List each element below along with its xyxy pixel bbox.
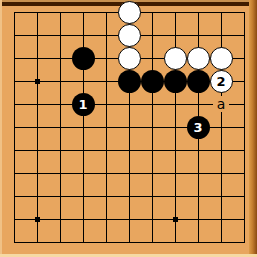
board-intersection [164, 24, 187, 47]
board-intersection [26, 116, 49, 139]
board-intersection [3, 116, 26, 139]
board-intersection [72, 185, 95, 208]
board-intersection [210, 139, 233, 162]
board-intersection [26, 231, 49, 254]
frame-left-border [0, 0, 2, 257]
board-intersection [164, 116, 187, 139]
board-intersection [3, 47, 26, 70]
board-intersection [95, 70, 118, 93]
black-stone [118, 70, 141, 93]
board-intersection [72, 208, 95, 231]
board-intersection [164, 93, 187, 116]
board-intersection [187, 162, 210, 185]
white-stone [210, 47, 233, 70]
board-intersection [72, 162, 95, 185]
board-intersection [49, 47, 72, 70]
go-diagram: a213 [0, 0, 257, 257]
board-intersection [49, 162, 72, 185]
board-intersection [95, 116, 118, 139]
board-intersection [187, 139, 210, 162]
board-intersection [210, 185, 233, 208]
board-intersection [95, 139, 118, 162]
board-intersection [72, 139, 95, 162]
star-point [35, 217, 40, 222]
white-stone [118, 47, 141, 70]
board-intersection [49, 208, 72, 231]
board-intersection [187, 231, 210, 254]
board-intersection [164, 162, 187, 185]
board-intersection [3, 185, 26, 208]
board-intersection [210, 208, 233, 231]
point-label-a: a [213, 96, 229, 112]
board-intersection [118, 93, 141, 116]
board-intersection [95, 231, 118, 254]
board-intersection [26, 24, 49, 47]
star-point [35, 79, 40, 84]
board-intersection [95, 185, 118, 208]
board-intersection [95, 93, 118, 116]
black-stone-move-1: 1 [72, 93, 95, 116]
frame-right-border [249, 0, 257, 257]
board-intersection [3, 93, 26, 116]
board-intersection [187, 208, 210, 231]
board-intersection [49, 24, 72, 47]
board-intersection [187, 24, 210, 47]
board-intersection [164, 139, 187, 162]
board-intersection [49, 93, 72, 116]
board-intersection [141, 185, 164, 208]
board-intersection [3, 208, 26, 231]
board-intersection [26, 47, 49, 70]
board-intersection [164, 231, 187, 254]
black-stone-move-3: 3 [187, 116, 210, 139]
board-intersection [118, 208, 141, 231]
board-intersection [118, 185, 141, 208]
board-intersection [49, 185, 72, 208]
black-stone [72, 47, 95, 70]
black-stone [187, 70, 210, 93]
board-intersection [49, 116, 72, 139]
board-intersection [210, 231, 233, 254]
board-intersection [141, 47, 164, 70]
board-intersection [49, 139, 72, 162]
board-intersection [210, 24, 233, 47]
board-intersection [49, 231, 72, 254]
board-intersection [141, 24, 164, 47]
white-stone [164, 47, 187, 70]
board-intersection [72, 70, 95, 93]
board-intersection [95, 24, 118, 47]
board-intersection [26, 162, 49, 185]
board-intersection [141, 93, 164, 116]
white-stone-move-2: 2 [210, 70, 233, 93]
board-intersection [141, 231, 164, 254]
board-intersection [3, 139, 26, 162]
board-intersection [118, 139, 141, 162]
board-intersection [72, 231, 95, 254]
board-intersection [118, 162, 141, 185]
star-point [173, 217, 178, 222]
board-intersection [49, 70, 72, 93]
board-intersection [141, 208, 164, 231]
board-intersection [141, 139, 164, 162]
board-intersection [26, 185, 49, 208]
board-intersection [3, 231, 26, 254]
board-intersection [72, 116, 95, 139]
board-intersection [118, 116, 141, 139]
board-intersection [164, 185, 187, 208]
board-intersection [72, 24, 95, 47]
board-intersection [26, 93, 49, 116]
board-intersection [141, 162, 164, 185]
board-intersection [3, 70, 26, 93]
board-intersection [26, 139, 49, 162]
board-intersection [95, 47, 118, 70]
white-stone [187, 47, 210, 70]
black-stone [141, 70, 164, 93]
board-intersection [210, 116, 233, 139]
white-stone [118, 1, 141, 24]
board-intersection [187, 93, 210, 116]
black-stone [164, 70, 187, 93]
board-intersection [95, 208, 118, 231]
board-intersection [3, 24, 26, 47]
white-stone [118, 24, 141, 47]
board-intersection [118, 231, 141, 254]
board-intersection [210, 162, 233, 185]
board-intersection [141, 116, 164, 139]
board-intersection [187, 185, 210, 208]
board-intersection [3, 162, 26, 185]
board-intersection [95, 162, 118, 185]
